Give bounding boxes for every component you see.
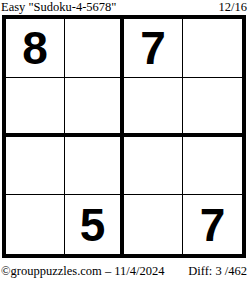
cell-r1c4[interactable] <box>183 19 242 78</box>
given-digit: 8 <box>22 25 48 71</box>
cell-r4c1[interactable] <box>6 195 65 254</box>
sudoku-board: 8757 <box>2 15 246 258</box>
cell-r2c3[interactable] <box>124 78 183 137</box>
cell-r2c4[interactable] <box>183 78 242 137</box>
cell-counter: 12/16 <box>219 0 247 14</box>
given-digit: 7 <box>140 25 166 71</box>
cell-r4c2[interactable]: 5 <box>65 195 124 254</box>
cell-r2c2[interactable] <box>65 78 124 137</box>
cell-r4c4[interactable]: 7 <box>183 195 242 254</box>
cell-r3c2[interactable] <box>65 137 124 196</box>
sudoku-page: Easy "Sudoku-4-5678" 12/16 8757 ©grouppu… <box>0 0 248 282</box>
footer: ©grouppuzzles.com – 11/4/2024 Diff: 3 /4… <box>1 264 247 279</box>
difficulty-text: Diff: 3 /462 <box>188 264 247 279</box>
copyright-text: ©grouppuzzles.com – 11/4/2024 <box>1 264 165 279</box>
cell-r1c3[interactable]: 7 <box>124 19 183 78</box>
cell-r3c1[interactable] <box>6 137 65 196</box>
cell-r3c3[interactable] <box>124 137 183 196</box>
cell-r4c3[interactable] <box>124 195 183 254</box>
header: Easy "Sudoku-4-5678" 12/16 <box>1 0 247 14</box>
given-digit: 5 <box>80 202 106 248</box>
puzzle-title: Easy "Sudoku-4-5678" <box>1 0 116 14</box>
cell-r2c1[interactable] <box>6 78 65 137</box>
cell-r3c4[interactable] <box>183 137 242 196</box>
cell-r1c2[interactable] <box>65 19 124 78</box>
cell-r1c1[interactable]: 8 <box>6 19 65 78</box>
given-digit: 7 <box>200 202 226 248</box>
